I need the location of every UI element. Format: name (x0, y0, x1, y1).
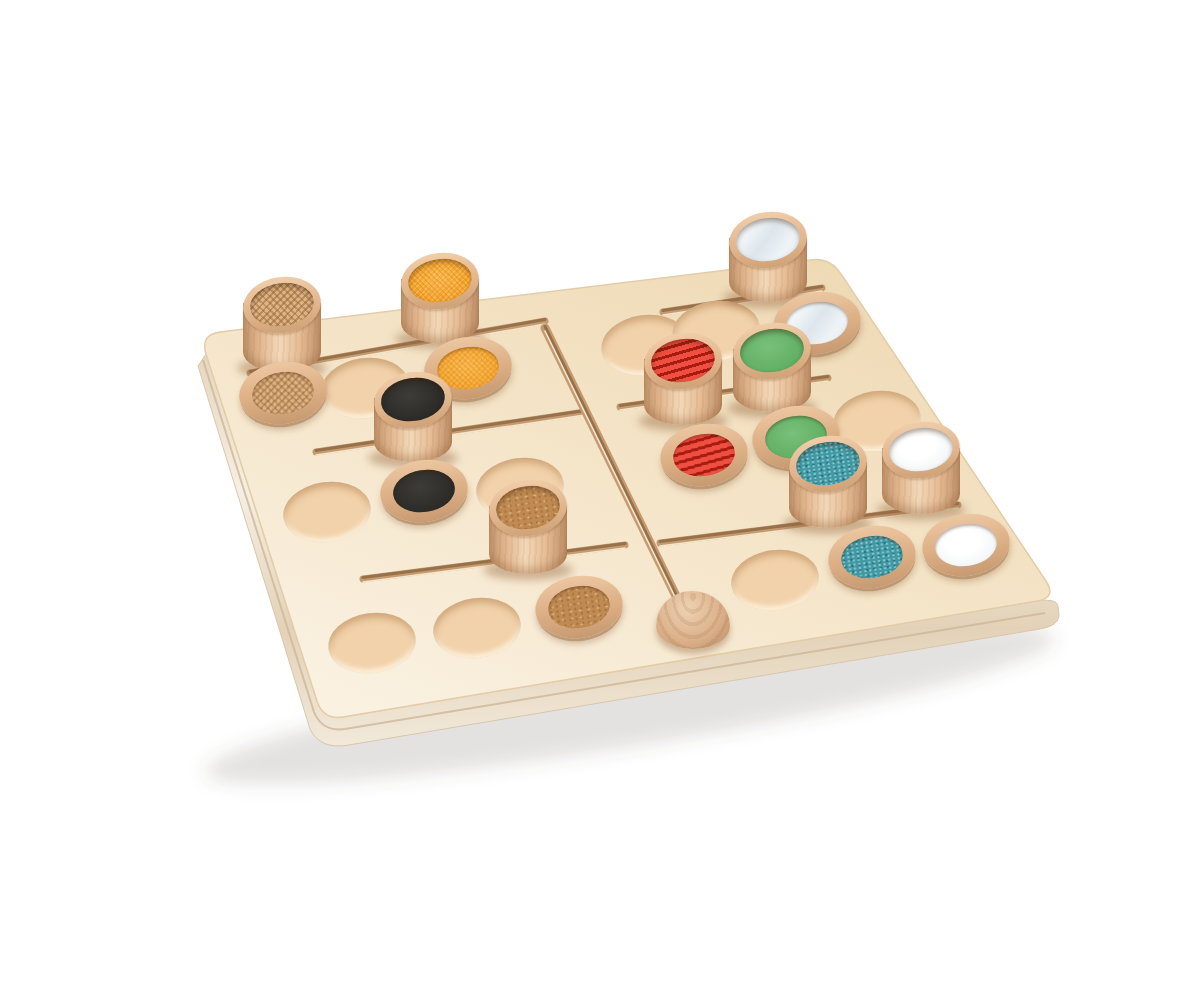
cylinder-face-cork (493, 482, 562, 533)
cylinder-face-orange (405, 255, 474, 306)
cylinder-cork[interactable] (489, 480, 567, 574)
wood-dome-knob[interactable] (656, 591, 730, 649)
disc-teal[interactable] (824, 520, 920, 594)
cylinder-green[interactable] (733, 323, 811, 412)
cylinder-orange[interactable] (401, 253, 479, 343)
cylinder-face-black (378, 374, 447, 425)
cylinder-black[interactable] (374, 372, 452, 462)
cylinder-white[interactable] (882, 422, 960, 514)
disc-black[interactable] (376, 454, 472, 528)
cylinder-face-mirror (733, 214, 802, 265)
cylinder-face-green (737, 325, 806, 376)
disc-white[interactable] (918, 508, 1014, 582)
cylinder-mirror[interactable] (729, 212, 807, 302)
disc-red[interactable] (656, 418, 752, 492)
cylinder-red[interactable] (644, 333, 722, 425)
disc-burlap[interactable] (235, 356, 331, 430)
disc-cork[interactable] (531, 570, 627, 644)
cylinder-teal[interactable] (789, 436, 867, 528)
cylinder-face-burlap (247, 279, 316, 330)
pieces-layer (0, 0, 1200, 1000)
product-photo-scene: Overhead product photo of a square plywo… (0, 0, 1200, 1000)
cylinder-face-white (886, 424, 955, 475)
cylinder-face-teal (793, 438, 862, 489)
cylinder-face-red (648, 335, 717, 386)
